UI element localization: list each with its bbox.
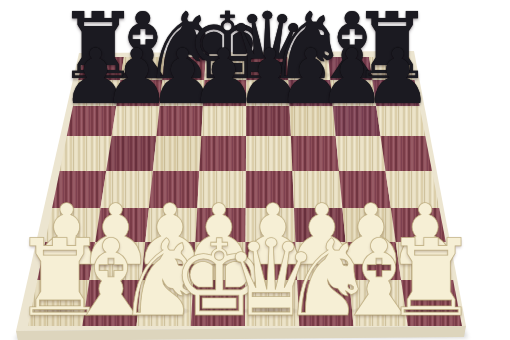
square-g5 bbox=[336, 136, 386, 171]
square-a7 bbox=[73, 80, 120, 106]
square-c3 bbox=[145, 208, 197, 242]
square-g4 bbox=[339, 171, 391, 208]
square-a6 bbox=[67, 106, 117, 136]
square-h1 bbox=[401, 280, 462, 326]
square-h2 bbox=[396, 242, 453, 280]
square-c1 bbox=[137, 280, 194, 326]
square-d5 bbox=[199, 136, 246, 171]
chess-set-photo: ♜♝♞♚♛♞♝♜♟♟♟♟♟♟♟♟♟♟♟♟♟♟♟♟♜♝♞♚♛♞♝♜ bbox=[0, 0, 510, 340]
square-a2 bbox=[37, 242, 95, 280]
square-e2 bbox=[245, 242, 297, 280]
square-c4 bbox=[149, 171, 199, 208]
square-d3 bbox=[195, 208, 245, 242]
square-h4 bbox=[386, 171, 440, 208]
square-f5 bbox=[291, 136, 339, 171]
square-e1 bbox=[245, 280, 299, 326]
square-f4 bbox=[292, 171, 342, 208]
square-g1 bbox=[349, 280, 408, 326]
square-h3 bbox=[391, 208, 446, 242]
square-b6 bbox=[112, 106, 160, 136]
square-a3 bbox=[45, 208, 100, 242]
square-c8 bbox=[162, 57, 205, 80]
square-e7 bbox=[246, 80, 289, 106]
square-g2 bbox=[346, 242, 402, 280]
square-b4 bbox=[101, 171, 153, 208]
square-e4 bbox=[246, 171, 294, 208]
square-d1 bbox=[191, 280, 246, 326]
square-b2 bbox=[89, 242, 145, 280]
square-h6 bbox=[376, 106, 425, 136]
square-d4 bbox=[197, 171, 246, 208]
square-c7 bbox=[160, 80, 205, 106]
square-e8 bbox=[246, 57, 288, 80]
chess-board bbox=[0, 0, 510, 340]
square-b7 bbox=[116, 80, 162, 106]
square-d8 bbox=[204, 57, 246, 80]
square-f2 bbox=[296, 242, 350, 280]
square-c6 bbox=[157, 106, 203, 136]
square-b3 bbox=[95, 208, 149, 242]
square-b1 bbox=[82, 280, 141, 326]
square-h5 bbox=[381, 136, 433, 171]
square-g7 bbox=[330, 80, 376, 106]
square-e5 bbox=[246, 136, 293, 171]
square-a4 bbox=[52, 171, 106, 208]
square-d6 bbox=[201, 106, 246, 136]
square-a5 bbox=[60, 136, 112, 171]
square-f1 bbox=[297, 280, 353, 326]
square-f8 bbox=[287, 57, 330, 80]
square-d7 bbox=[203, 80, 247, 106]
square-e3 bbox=[246, 208, 296, 242]
square-h8 bbox=[369, 57, 414, 80]
